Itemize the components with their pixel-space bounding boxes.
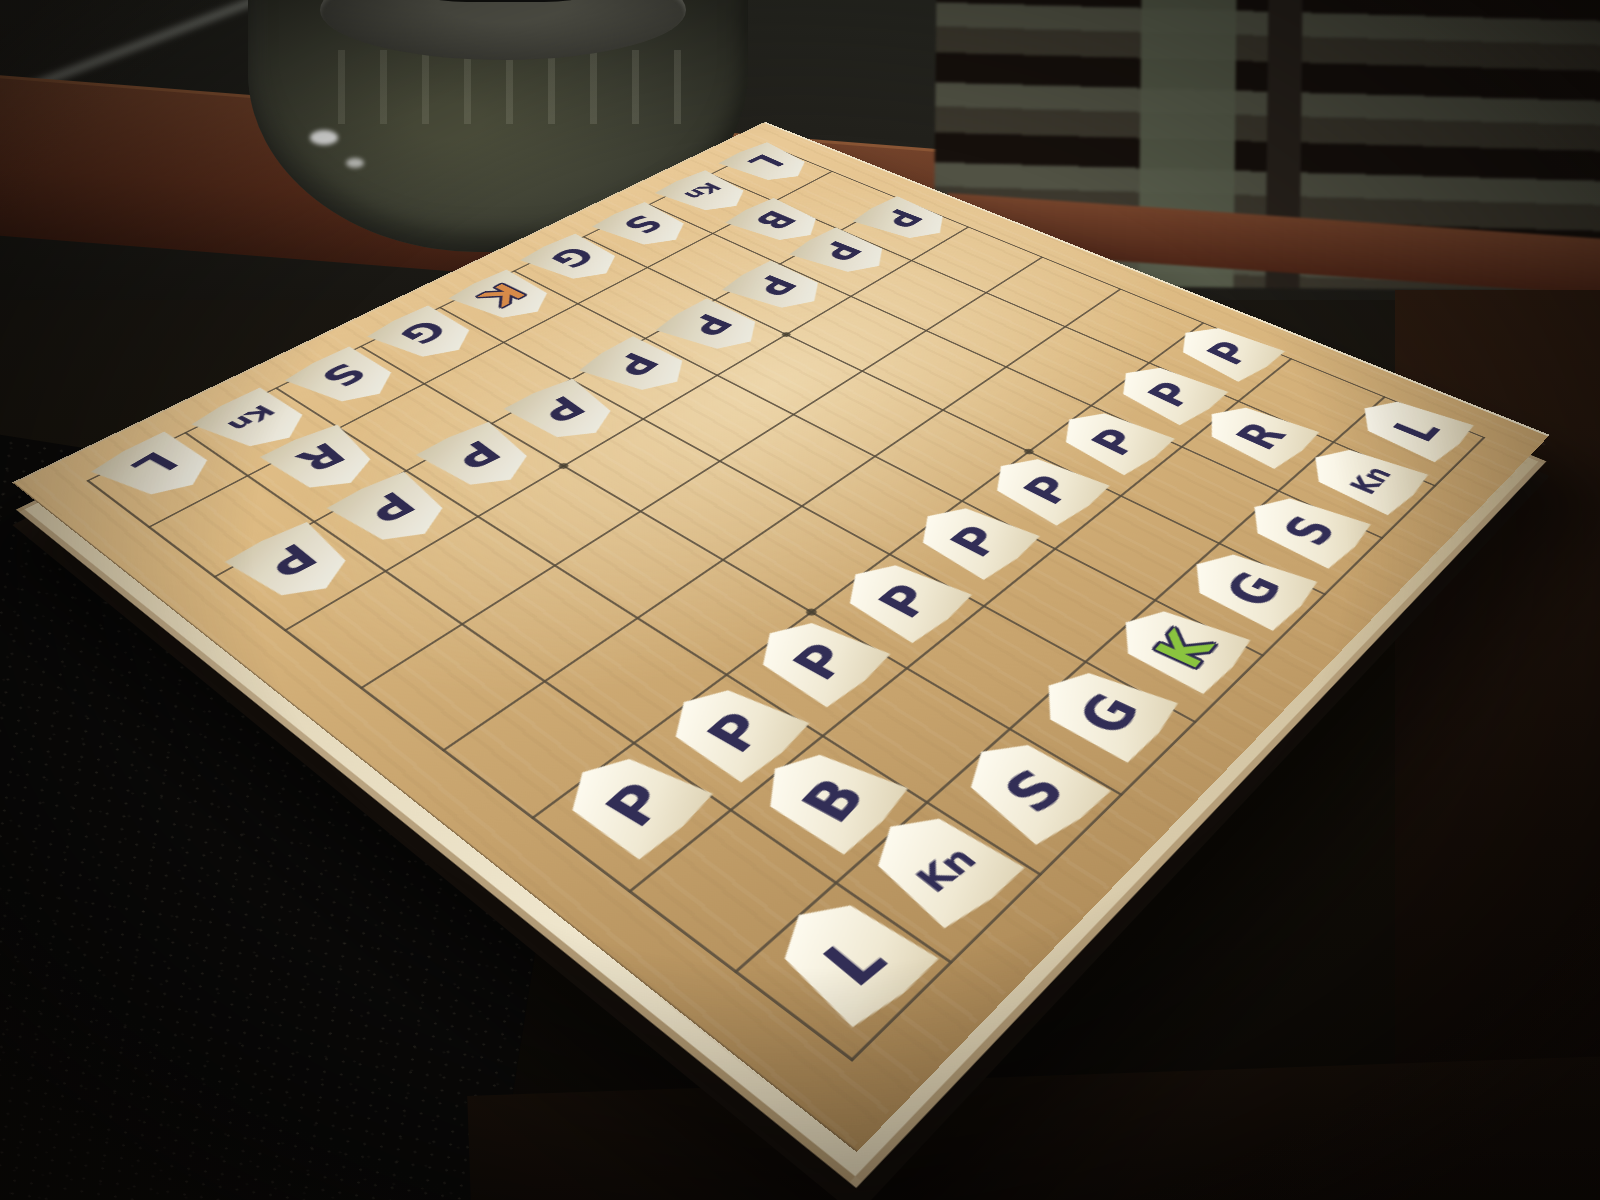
piece-letter: S [616, 211, 669, 236]
piece-letter: R [289, 437, 352, 476]
piece-letter: P [1083, 423, 1149, 460]
piece-letter: P [595, 775, 678, 835]
dark-table-bottom [467, 1054, 1600, 1200]
piece-near-pawn[interactable]: P [735, 606, 894, 714]
piece-letter: Kn [908, 841, 981, 897]
piece-letter: P [1199, 337, 1261, 370]
glass-jar-ribs [338, 50, 688, 124]
piece-letter: Kn [681, 181, 725, 202]
piece-letter: L [124, 447, 186, 482]
piece-letter: P [532, 391, 593, 427]
piece-letter: Kn [224, 402, 280, 433]
piece-letter: P [1015, 470, 1083, 510]
piece-letter: P [358, 486, 423, 527]
piece-letter: P [812, 237, 868, 264]
piece-letter: G [1216, 566, 1291, 614]
piece-letter: B [747, 207, 802, 233]
piece-letter: P [942, 520, 1012, 563]
piece-letter: P [783, 637, 859, 687]
piece-letter: P [875, 205, 929, 230]
piece-letter: L [742, 151, 790, 173]
piece-letter: K [473, 280, 532, 310]
piece-letter: Kn [1343, 463, 1395, 497]
piece-letter: S [313, 359, 374, 392]
piece-letter: L [812, 927, 898, 997]
piece-letter: P [680, 310, 739, 340]
piece-letter: P [445, 435, 508, 473]
piece-letter: P [746, 271, 803, 299]
piece-letter: P [605, 348, 666, 380]
piece-letter: G [543, 243, 601, 272]
piece-letter: R [1228, 417, 1295, 455]
piece-letter: L [1385, 413, 1449, 447]
glass-gleam-small [346, 158, 364, 168]
piece-letter: S [1275, 510, 1345, 552]
piece-letter: P [257, 538, 325, 583]
piece-letter: P [869, 578, 942, 625]
piece-letter: K [1146, 624, 1223, 674]
photo-scene: LKnSGKGSKnLRBPPPPPPPPPPPPPPPPPPBRLKnSGKG… [0, 0, 1600, 1200]
glass-gleam [310, 130, 338, 145]
piece-letter: G [392, 316, 454, 348]
piece-far-pawn[interactable]: P [850, 193, 963, 247]
piece-letter: G [1069, 686, 1151, 742]
piece-letter: P [697, 705, 777, 760]
piece-letter: B [792, 771, 876, 831]
piece-letter: P [1140, 377, 1204, 412]
piece-letter: S [994, 761, 1076, 822]
